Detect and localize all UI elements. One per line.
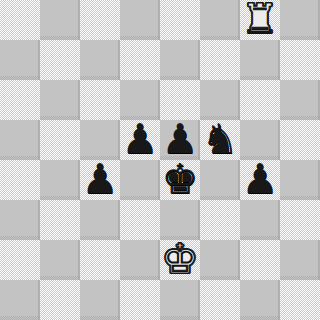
square-e4[interactable]: ♚: [160, 160, 200, 200]
square-h3[interactable]: [280, 200, 320, 240]
black-knight[interactable]: ♞: [202, 119, 239, 160]
black-pawn[interactable]: ♟: [122, 119, 159, 160]
square-b2[interactable]: [40, 240, 80, 280]
square-a8[interactable]: [0, 0, 40, 40]
square-h8[interactable]: [280, 0, 320, 40]
square-d1[interactable]: [120, 280, 160, 320]
square-a6[interactable]: [0, 80, 40, 120]
black-pawn[interactable]: ♟: [242, 159, 279, 200]
square-g7[interactable]: [240, 40, 280, 80]
square-h7[interactable]: [280, 40, 320, 80]
square-d4[interactable]: [120, 160, 160, 200]
square-a4[interactable]: [0, 160, 40, 200]
black-pawn[interactable]: ♟: [162, 119, 199, 160]
square-a3[interactable]: [0, 200, 40, 240]
square-f8[interactable]: [200, 0, 240, 40]
square-b1[interactable]: [40, 280, 80, 320]
square-d8[interactable]: [120, 0, 160, 40]
square-d2[interactable]: [120, 240, 160, 280]
square-a1[interactable]: [0, 280, 40, 320]
square-f2[interactable]: [200, 240, 240, 280]
black-pawn[interactable]: ♟: [82, 159, 119, 200]
square-f3[interactable]: [200, 200, 240, 240]
square-e2[interactable]: ♚: [160, 240, 200, 280]
square-c7[interactable]: [80, 40, 120, 80]
square-c6[interactable]: [80, 80, 120, 120]
square-h2[interactable]: [280, 240, 320, 280]
square-c1[interactable]: [80, 280, 120, 320]
square-g8[interactable]: ♜: [240, 0, 280, 40]
square-e8[interactable]: [160, 0, 200, 40]
square-h1[interactable]: [280, 280, 320, 320]
square-g1[interactable]: [240, 280, 280, 320]
square-b5[interactable]: [40, 120, 80, 160]
square-f1[interactable]: [200, 280, 240, 320]
square-b6[interactable]: [40, 80, 80, 120]
square-b7[interactable]: [40, 40, 80, 80]
white-king[interactable]: ♚: [162, 239, 199, 280]
square-c8[interactable]: [80, 0, 120, 40]
square-g6[interactable]: [240, 80, 280, 120]
square-f5[interactable]: ♞: [200, 120, 240, 160]
square-g4[interactable]: ♟: [240, 160, 280, 200]
square-a5[interactable]: [0, 120, 40, 160]
white-rook[interactable]: ♜: [242, 0, 279, 40]
square-d3[interactable]: [120, 200, 160, 240]
square-f4[interactable]: [200, 160, 240, 200]
square-g3[interactable]: [240, 200, 280, 240]
square-a2[interactable]: [0, 240, 40, 280]
square-h5[interactable]: [280, 120, 320, 160]
square-a7[interactable]: [0, 40, 40, 80]
square-b3[interactable]: [40, 200, 80, 240]
square-b4[interactable]: [40, 160, 80, 200]
square-d7[interactable]: [120, 40, 160, 80]
square-g2[interactable]: [240, 240, 280, 280]
square-b8[interactable]: [40, 0, 80, 40]
square-h4[interactable]: [280, 160, 320, 200]
square-e1[interactable]: [160, 280, 200, 320]
square-c2[interactable]: [80, 240, 120, 280]
chess-board: ♜♟♟♞♟♚♟♚: [0, 0, 320, 320]
square-e7[interactable]: [160, 40, 200, 80]
square-c4[interactable]: ♟: [80, 160, 120, 200]
square-h6[interactable]: [280, 80, 320, 120]
square-f7[interactable]: [200, 40, 240, 80]
black-king[interactable]: ♚: [162, 159, 199, 200]
square-d5[interactable]: ♟: [120, 120, 160, 160]
square-c3[interactable]: [80, 200, 120, 240]
